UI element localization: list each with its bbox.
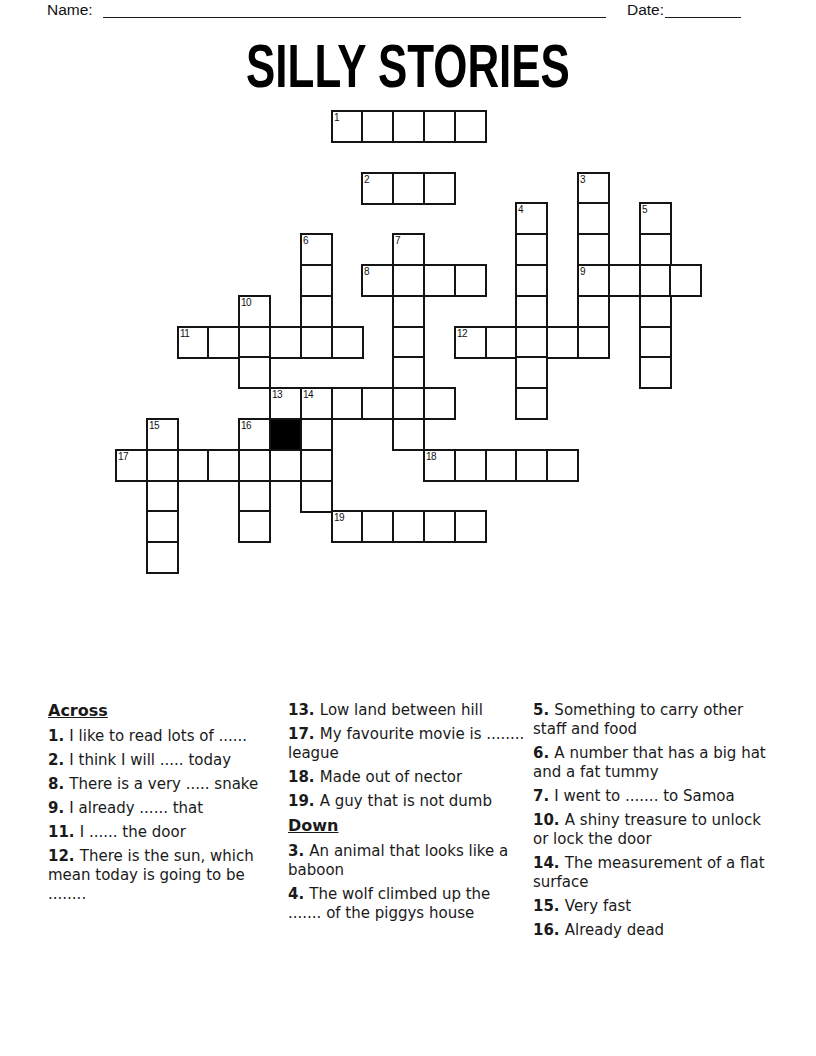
grid-cell[interactable]: 7 — [392, 233, 425, 266]
cell-number: 10 — [241, 297, 251, 308]
crossword-grid: 12345678910111213141516171819 — [115, 110, 703, 574]
grid-cell[interactable]: 8 — [361, 264, 394, 297]
clue-down-7: 7. I went to ....... to Samoa — [533, 787, 777, 806]
grid-cell[interactable] — [238, 449, 271, 482]
grid-cell[interactable] — [331, 387, 364, 420]
clue-number: 1. — [48, 727, 69, 745]
grid-cell[interactable] — [392, 418, 425, 451]
grid-cell[interactable] — [546, 449, 579, 482]
clue-down-4: 4. The wolf climbed up the ....... of th… — [288, 885, 526, 923]
cell-number: 6 — [303, 235, 308, 246]
grid-cell[interactable] — [608, 264, 641, 297]
cell-number: 5 — [642, 204, 647, 215]
clue-down-3: 3. An animal that looks like a baboon — [288, 842, 526, 880]
grid-cell[interactable] — [269, 449, 302, 482]
grid-cell[interactable] — [423, 387, 456, 420]
grid-cell[interactable] — [300, 264, 333, 297]
grid-cell[interactable]: 18 — [423, 449, 456, 482]
clue-number: 8. — [48, 775, 69, 793]
grid-cell[interactable] — [515, 295, 548, 328]
clue-number: 7. — [533, 787, 554, 805]
grid-cell[interactable]: 11 — [177, 326, 210, 359]
grid-cell[interactable] — [515, 356, 548, 389]
cell-number: 11 — [180, 328, 189, 339]
grid-cell[interactable] — [300, 326, 333, 359]
cell-number: 19 — [334, 512, 344, 523]
grid-cell[interactable] — [639, 295, 672, 328]
clue-number: 15. — [533, 897, 565, 915]
date-blank-line[interactable] — [665, 2, 741, 18]
grid-cell[interactable]: 5 — [639, 202, 672, 235]
grid-cell[interactable] — [392, 110, 425, 143]
grid-cell[interactable] — [485, 326, 518, 359]
cell-number: 4 — [518, 204, 523, 215]
clue-across-8: 8. There is a very ..... snake — [48, 775, 274, 794]
grid-cell[interactable] — [515, 233, 548, 266]
grid-cell[interactable] — [238, 356, 271, 389]
black-cell — [269, 418, 302, 451]
clue-across-17: 17. My favourite movie is ........ leagu… — [288, 725, 526, 763]
grid-cell[interactable] — [207, 449, 240, 482]
grid-cell[interactable] — [639, 264, 672, 297]
grid-cell[interactable] — [454, 449, 487, 482]
grid-cell[interactable] — [300, 418, 333, 451]
grid-cell[interactable] — [331, 326, 364, 359]
cell-number: 1 — [334, 112, 339, 123]
worksheet-page: Name: Date: SILLY STORIES 12345678910111… — [0, 0, 816, 1056]
puzzle-title: SILLY STORIES — [114, 36, 702, 97]
grid-cell[interactable] — [361, 110, 394, 143]
grid-cell[interactable] — [577, 202, 610, 235]
grid-cell[interactable] — [300, 295, 333, 328]
cell-number: 8 — [364, 266, 369, 277]
grid-cell[interactable]: 3 — [577, 172, 610, 205]
grid-cell[interactable]: 15 — [146, 418, 179, 451]
grid-cell[interactable]: 1 — [331, 110, 364, 143]
grid-cell[interactable] — [392, 326, 425, 359]
grid-cell[interactable] — [577, 233, 610, 266]
clue-down-5: 5. Something to carry other staff and fo… — [533, 701, 777, 739]
cell-number: 17 — [118, 451, 128, 462]
grid-cell[interactable]: 13 — [269, 387, 302, 420]
clue-number: 13. — [288, 701, 320, 719]
grid-cell[interactable] — [146, 480, 179, 513]
clue-number: 17. — [288, 725, 320, 743]
clue-across-13: 13. Low land between hill — [288, 701, 526, 720]
grid-cell[interactable] — [361, 387, 394, 420]
grid-cell[interactable] — [546, 326, 579, 359]
grid-cell[interactable] — [577, 326, 610, 359]
grid-cell[interactable] — [577, 295, 610, 328]
grid-cell[interactable] — [669, 264, 702, 297]
clue-number: 5. — [533, 701, 554, 719]
grid-cell[interactable] — [238, 510, 271, 543]
cell-number: 3 — [580, 174, 585, 185]
grid-cell[interactable] — [485, 449, 518, 482]
cell-number: 7 — [395, 235, 400, 246]
clue-heading-across: Across — [48, 701, 274, 720]
grid-cell[interactable]: 4 — [515, 202, 548, 235]
grid-cell[interactable] — [639, 356, 672, 389]
grid-cell[interactable] — [146, 449, 179, 482]
grid-cell[interactable]: 19 — [331, 510, 364, 543]
grid-cell[interactable] — [146, 541, 179, 574]
grid-cell[interactable] — [238, 326, 271, 359]
clue-heading-down: Down — [288, 816, 526, 835]
clue-down-15: 15. Very fast — [533, 897, 777, 916]
grid-cell[interactable] — [392, 295, 425, 328]
grid-cell[interactable] — [392, 510, 425, 543]
grid-cell[interactable] — [361, 510, 394, 543]
clue-column-1: Across1. I like to read lots of ......2.… — [48, 701, 274, 909]
clue-across-18: 18. Made out of nector — [288, 768, 526, 787]
grid-cell[interactable]: 17 — [115, 449, 148, 482]
grid-cell[interactable]: 2 — [361, 172, 394, 205]
clue-across-1: 1. I like to read lots of ...... — [48, 727, 274, 746]
cell-number: 13 — [272, 389, 282, 400]
clue-down-6: 6. A number that has a big hat and a fat… — [533, 744, 777, 782]
clue-column-2: 13. Low land between hill17. My favourit… — [288, 701, 526, 928]
grid-cell[interactable] — [454, 510, 487, 543]
grid-cell[interactable] — [392, 356, 425, 389]
clue-number: 3. — [288, 842, 309, 860]
grid-cell[interactable] — [515, 387, 548, 420]
clue-across-9: 9. I already ...... that — [48, 799, 274, 818]
clue-across-2: 2. I think I will ..... today — [48, 751, 274, 770]
grid-cell[interactable] — [639, 233, 672, 266]
grid-cell[interactable] — [454, 264, 487, 297]
cell-number: 15 — [149, 420, 159, 431]
grid-cell[interactable] — [269, 326, 302, 359]
clue-down-16: 16. Already dead — [533, 921, 777, 940]
cell-number: 2 — [364, 174, 369, 185]
grid-cell[interactable] — [423, 264, 456, 297]
grid-cell[interactable] — [515, 264, 548, 297]
grid-cell[interactable]: 10 — [238, 295, 271, 328]
clue-number: 18. — [288, 768, 320, 786]
grid-cell[interactable] — [207, 326, 240, 359]
grid-cell[interactable]: 14 — [300, 387, 333, 420]
cell-number: 18 — [426, 451, 436, 462]
clue-down-10: 10. A shiny treasure to unlock or lock t… — [533, 811, 777, 849]
grid-cell[interactable] — [392, 387, 425, 420]
grid-cell[interactable] — [177, 449, 210, 482]
grid-cell[interactable] — [423, 172, 456, 205]
grid-cell[interactable]: 6 — [300, 233, 333, 266]
grid-cell[interactable] — [423, 110, 456, 143]
clue-across-11: 11. I ...... the door — [48, 823, 274, 842]
grid-cell[interactable] — [392, 172, 425, 205]
name-blank-line[interactable] — [103, 2, 606, 18]
grid-cell[interactable] — [238, 480, 271, 513]
grid-cell[interactable] — [300, 480, 333, 513]
name-label: Name: — [47, 1, 93, 19]
cell-number: 9 — [580, 266, 585, 277]
grid-cell[interactable]: 12 — [454, 326, 487, 359]
clue-number: 12. — [48, 847, 80, 865]
clue-number: 9. — [48, 799, 69, 817]
clue-across-19: 19. A guy that is not dumb — [288, 792, 526, 811]
cell-number: 12 — [457, 328, 467, 339]
cell-number: 14 — [303, 389, 313, 400]
grid-cell[interactable] — [454, 110, 487, 143]
clue-number: 16. — [533, 921, 565, 939]
date-label: Date: — [627, 1, 664, 19]
grid-cell[interactable] — [515, 449, 548, 482]
grid-cell[interactable] — [639, 326, 672, 359]
grid-cell[interactable] — [146, 510, 179, 543]
clue-number: 19. — [288, 792, 320, 810]
grid-cell[interactable] — [423, 510, 456, 543]
clue-number: 10. — [533, 811, 565, 829]
grid-cell[interactable] — [515, 326, 548, 359]
clue-down-14: 14. The measurement of a flat surface — [533, 854, 777, 892]
grid-cell[interactable]: 16 — [238, 418, 271, 451]
grid-cell[interactable] — [300, 449, 333, 482]
grid-cell[interactable] — [392, 264, 425, 297]
clue-across-12: 12. There is the sun, which mean today i… — [48, 847, 274, 904]
clue-number: 6. — [533, 744, 554, 762]
clue-column-3: 5. Something to carry other staff and fo… — [533, 701, 777, 945]
grid-cell[interactable]: 9 — [577, 264, 610, 297]
clue-number: 14. — [533, 854, 565, 872]
cell-number: 16 — [241, 420, 251, 431]
clue-number: 11. — [48, 823, 80, 841]
clue-number: 4. — [288, 885, 309, 903]
clue-number: 2. — [48, 751, 69, 769]
